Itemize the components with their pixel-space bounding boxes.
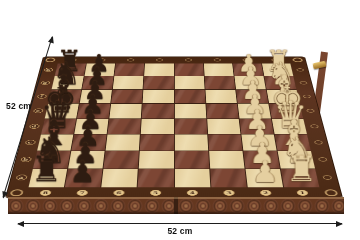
square-h3	[204, 63, 234, 75]
square-h5	[144, 63, 173, 75]
rank-label-5: 5	[150, 190, 161, 196]
square-f2: ♟	[236, 90, 268, 104]
file-label-h: h	[43, 68, 53, 72]
square-c4	[174, 134, 207, 150]
square-h7: ♟	[85, 63, 116, 75]
square-a6	[102, 169, 139, 187]
corner-medallion-icon	[324, 189, 339, 196]
square-e2: ♟	[238, 104, 271, 118]
square-a7: ♟	[65, 169, 103, 187]
file-label-e: e	[33, 109, 44, 114]
board-squares: ♜♟♟♜♞♟♟♞♝♟♟♝♚♟♟♚♛♟♟♛♝♟♟♝♞♟♟♞♜♟♟♜	[29, 63, 320, 187]
ornament-ring-icon	[299, 81, 307, 84]
file-label-g: g	[40, 81, 50, 85]
square-d1: ♛	[272, 119, 307, 134]
square-h4	[174, 63, 203, 75]
ornament-ring-icon	[296, 68, 304, 71]
ornament-ring-icon	[306, 109, 315, 113]
square-e1: ♚	[269, 104, 303, 118]
ornament-ring-icon	[313, 140, 322, 144]
square-c2: ♟	[241, 134, 276, 150]
ornament-ring-icon	[271, 58, 279, 61]
square-g5	[144, 76, 174, 89]
square-e4	[174, 104, 206, 118]
far-border-ornaments	[58, 58, 290, 62]
square-d4	[174, 119, 206, 134]
square-g4	[174, 76, 204, 89]
square-b4	[174, 151, 208, 168]
board-front-edge-carving	[8, 197, 344, 214]
square-b1: ♞	[278, 151, 315, 168]
file-label-f: f	[36, 94, 46, 98]
chess-board: hgfedcba 87654321 ♜♟♟♜♞♟♟♞♝♟♟♝♚♟♟♚♛♟♟♛♝♟…	[6, 57, 342, 198]
ornament-ring-icon	[309, 124, 318, 128]
square-f1: ♝	[267, 90, 300, 104]
square-g1: ♞	[264, 76, 296, 89]
square-a3	[210, 169, 247, 187]
square-g2: ♟	[234, 76, 265, 89]
file-label-c: c	[24, 140, 35, 145]
square-c8: ♝	[37, 134, 73, 150]
square-d5	[141, 119, 173, 134]
square-d3	[207, 119, 240, 134]
square-f6	[111, 90, 143, 104]
square-b8: ♞	[33, 151, 70, 168]
square-b3	[209, 151, 244, 168]
ornament-ring-icon	[156, 58, 163, 61]
square-e8: ♚	[45, 104, 79, 118]
square-c6	[106, 134, 140, 150]
square-g6	[113, 76, 144, 89]
left-dimension-label: 52 cm	[6, 101, 31, 111]
rank-label-3: 3	[223, 190, 234, 196]
white-pawn: ♟	[238, 52, 260, 75]
rank-label-6: 6	[113, 190, 124, 196]
square-d8: ♛	[41, 119, 76, 134]
square-g7: ♟	[82, 76, 113, 89]
square-e3	[206, 104, 238, 118]
square-a8: ♜	[29, 169, 68, 187]
square-h8: ♜	[55, 63, 86, 75]
square-d6	[108, 119, 141, 134]
square-c1: ♝	[275, 134, 311, 150]
square-f4	[174, 90, 205, 104]
square-d7: ♟	[74, 119, 108, 134]
corner-medallion-icon	[292, 58, 303, 62]
corner-medallion-icon	[9, 189, 24, 196]
square-b2: ♟	[243, 151, 279, 168]
ornament-ring-icon	[185, 58, 192, 61]
square-h1: ♜	[262, 63, 293, 75]
square-f7: ♟	[80, 90, 112, 104]
square-e7: ♟	[77, 104, 110, 118]
square-b5	[139, 151, 173, 168]
corner-medallion-icon	[45, 58, 56, 62]
square-f3	[205, 90, 237, 104]
square-f5	[143, 90, 174, 104]
ornament-ring-icon	[302, 95, 310, 98]
ornament-ring-icon	[127, 58, 134, 61]
square-h6	[115, 63, 145, 75]
rank-label-7: 7	[76, 190, 88, 196]
rank-label-4: 4	[187, 190, 198, 196]
square-a2: ♟	[245, 169, 283, 187]
square-c5	[140, 134, 173, 150]
ornament-ring-icon	[69, 58, 77, 61]
chess-set-product-photo: hgfedcba 87654321 ♜♟♟♜♞♟♟♞♝♟♟♝♚♟♟♚♛♟♟♛♝♟…	[0, 0, 360, 240]
square-e5	[142, 104, 174, 118]
rank-label-2: 2	[260, 190, 272, 196]
file-label-d: d	[29, 124, 40, 129]
rank-label-1: 1	[296, 190, 308, 196]
square-b6	[104, 151, 139, 168]
square-b7: ♟	[68, 151, 104, 168]
square-a5	[138, 169, 174, 187]
file-label-b: b	[20, 157, 32, 162]
rank-label-8: 8	[40, 190, 52, 196]
square-c3	[208, 134, 242, 150]
square-f8: ♝	[48, 90, 81, 104]
square-d2: ♟	[239, 119, 273, 134]
ornament-ring-icon	[214, 58, 221, 61]
rank-labels-strip: 87654321	[26, 188, 321, 197]
board-scene: hgfedcba 87654321 ♜♟♟♜♞♟♟♞♝♟♟♝♚♟♟♚♛♟♟♛♝♟…	[6, 0, 342, 198]
square-h2: ♟	[233, 63, 264, 75]
square-a1: ♜	[281, 169, 320, 187]
ornament-ring-icon	[98, 58, 105, 61]
ornament-ring-icon	[318, 157, 328, 161]
file-label-a: a	[15, 175, 27, 181]
square-a4	[174, 169, 210, 187]
square-c7: ♟	[71, 134, 106, 150]
ornament-ring-icon	[322, 175, 332, 180]
black-pawn: ♟	[88, 52, 110, 75]
bottom-dimension-label: 52 cm	[150, 226, 210, 236]
square-e6	[110, 104, 142, 118]
ornament-ring-icon	[242, 58, 249, 61]
square-g3	[204, 76, 235, 89]
square-g8: ♞	[52, 76, 84, 89]
bottom-dimension-arrow-icon	[18, 223, 342, 224]
